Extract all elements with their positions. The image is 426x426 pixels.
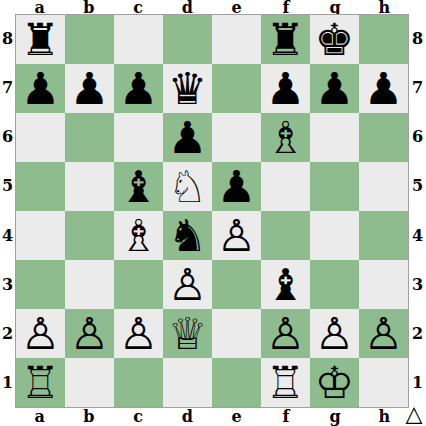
square-a1[interactable]: ♖ xyxy=(16,358,65,407)
square-f3[interactable]: ♝ xyxy=(261,260,310,309)
white-pawn-e4[interactable]: ♙ xyxy=(212,211,261,260)
white-pawn-g2[interactable]: ♙ xyxy=(310,309,359,358)
square-b4[interactable] xyxy=(65,211,114,260)
square-e4[interactable]: ♙ xyxy=(212,211,261,260)
rank-labels-left: 87654321 xyxy=(0,14,15,408)
square-b7[interactable]: ♟ xyxy=(65,64,114,113)
square-c3[interactable] xyxy=(114,260,163,309)
square-h3[interactable] xyxy=(359,260,408,309)
file-label-e-bottom: e xyxy=(212,408,261,426)
file-labels-bottom: abcdefgh xyxy=(15,408,409,426)
square-b3[interactable] xyxy=(65,260,114,309)
black-pawn-g7[interactable]: ♟ xyxy=(310,64,359,113)
chess-diagram: abcdefgh 87654321 ♜♜♚♟♟♟♛♟♟♟♟♗♝♘♟♗♞♙♙♝♙♙… xyxy=(0,0,426,426)
white-bishop-f6[interactable]: ♗ xyxy=(261,113,310,162)
square-e1[interactable] xyxy=(212,358,261,407)
square-c1[interactable] xyxy=(114,358,163,407)
square-h7[interactable]: ♟ xyxy=(359,64,408,113)
square-b6[interactable] xyxy=(65,113,114,162)
rank-label-6-left: 6 xyxy=(0,113,15,162)
square-g8[interactable]: ♚ xyxy=(310,15,359,64)
square-d1[interactable] xyxy=(163,358,212,407)
square-a2[interactable]: ♙ xyxy=(16,309,65,358)
square-d6[interactable]: ♟ xyxy=(163,113,212,162)
white-pawn-d3[interactable]: ♙ xyxy=(163,260,212,309)
rank-label-4-left: 4 xyxy=(0,211,15,260)
white-rook-f1[interactable]: ♖ xyxy=(261,358,310,407)
square-c4[interactable]: ♗ xyxy=(114,211,163,260)
square-c2[interactable]: ♙ xyxy=(114,309,163,358)
file-label-f-bottom: f xyxy=(261,408,310,426)
square-h4[interactable] xyxy=(359,211,408,260)
square-a8[interactable]: ♜ xyxy=(16,15,65,64)
black-pawn-f7[interactable]: ♟ xyxy=(261,64,310,113)
square-f8[interactable]: ♜ xyxy=(261,15,310,64)
square-e2[interactable] xyxy=(212,309,261,358)
square-d2[interactable]: ♕ xyxy=(163,309,212,358)
square-e3[interactable] xyxy=(212,260,261,309)
square-g1[interactable]: ♔ xyxy=(310,358,359,407)
square-g7[interactable]: ♟ xyxy=(310,64,359,113)
square-h1[interactable] xyxy=(359,358,408,407)
rank-label-3-right: 3 xyxy=(409,260,426,309)
square-d4[interactable]: ♞ xyxy=(163,211,212,260)
black-bishop-c5[interactable]: ♝ xyxy=(114,162,163,211)
rank-label-1-left: 1 xyxy=(0,359,15,408)
white-bishop-c4[interactable]: ♗ xyxy=(114,211,163,260)
square-g4[interactable] xyxy=(310,211,359,260)
file-label-c-bottom: c xyxy=(114,408,163,426)
file-label-g-bottom: g xyxy=(311,408,360,426)
square-a5[interactable] xyxy=(16,162,65,211)
square-g5[interactable] xyxy=(310,162,359,211)
rank-label-2-left: 2 xyxy=(0,310,15,359)
chess-board[interactable]: ♜♜♚♟♟♟♛♟♟♟♟♗♝♘♟♗♞♙♙♝♙♙♙♕♙♙♙♖♖♔ xyxy=(15,14,409,408)
square-e7[interactable] xyxy=(212,64,261,113)
square-c6[interactable] xyxy=(114,113,163,162)
black-pawn-c7[interactable]: ♟ xyxy=(114,64,163,113)
white-to-move-indicator: △ xyxy=(403,403,425,425)
square-d3[interactable]: ♙ xyxy=(163,260,212,309)
square-d7[interactable]: ♛ xyxy=(163,64,212,113)
white-pawn-c2[interactable]: ♙ xyxy=(114,309,163,358)
square-c7[interactable]: ♟ xyxy=(114,64,163,113)
square-c8[interactable] xyxy=(114,15,163,64)
white-queen-d2[interactable]: ♕ xyxy=(163,309,212,358)
square-d5[interactable]: ♘ xyxy=(163,162,212,211)
square-f5[interactable] xyxy=(261,162,310,211)
file-label-b-bottom: b xyxy=(64,408,113,426)
black-bishop-f3[interactable]: ♝ xyxy=(261,260,310,309)
square-b8[interactable] xyxy=(65,15,114,64)
black-queen-d7[interactable]: ♛ xyxy=(163,64,212,113)
square-d8[interactable] xyxy=(163,15,212,64)
file-label-a-bottom: a xyxy=(15,408,64,426)
rank-label-5-right: 5 xyxy=(409,162,426,211)
square-f2[interactable]: ♙ xyxy=(261,309,310,358)
rank-labels-right: 87654321 xyxy=(409,14,426,408)
square-b5[interactable] xyxy=(65,162,114,211)
black-rook-f8[interactable]: ♜ xyxy=(261,15,310,64)
rank-label-2-right: 2 xyxy=(409,310,426,359)
black-king-g8[interactable]: ♚ xyxy=(310,15,359,64)
square-f7[interactable]: ♟ xyxy=(261,64,310,113)
rank-label-7-right: 7 xyxy=(409,63,426,112)
white-pawn-h2[interactable]: ♙ xyxy=(359,309,408,358)
rank-label-8-left: 8 xyxy=(0,14,15,63)
square-a3[interactable] xyxy=(16,260,65,309)
black-pawn-d6[interactable]: ♟ xyxy=(163,113,212,162)
square-c5[interactable]: ♝ xyxy=(114,162,163,211)
white-pawn-b2[interactable]: ♙ xyxy=(65,309,114,358)
square-h8[interactable] xyxy=(359,15,408,64)
rank-label-4-right: 4 xyxy=(409,211,426,260)
square-b2[interactable]: ♙ xyxy=(65,309,114,358)
file-labels-top: abcdefgh xyxy=(15,0,409,14)
square-g6[interactable] xyxy=(310,113,359,162)
black-pawn-h7[interactable]: ♟ xyxy=(359,64,408,113)
rank-label-6-right: 6 xyxy=(409,113,426,162)
square-h5[interactable] xyxy=(359,162,408,211)
file-label-h-bottom: h xyxy=(360,408,409,426)
black-pawn-b7[interactable]: ♟ xyxy=(65,64,114,113)
white-pawn-f2[interactable]: ♙ xyxy=(261,309,310,358)
square-h6[interactable] xyxy=(359,113,408,162)
file-label-d-bottom: d xyxy=(163,408,212,426)
square-g3[interactable] xyxy=(310,260,359,309)
square-f6[interactable]: ♗ xyxy=(261,113,310,162)
square-h2[interactable]: ♙ xyxy=(359,309,408,358)
black-pawn-a7[interactable]: ♟ xyxy=(16,64,65,113)
white-king-g1[interactable]: ♔ xyxy=(310,358,359,407)
white-rook-a1[interactable]: ♖ xyxy=(16,358,65,407)
square-e5[interactable]: ♟ xyxy=(212,162,261,211)
rank-label-7-left: 7 xyxy=(0,63,15,112)
black-rook-a8[interactable]: ♜ xyxy=(16,15,65,64)
black-knight-d4[interactable]: ♞ xyxy=(163,211,212,260)
black-pawn-e5[interactable]: ♟ xyxy=(212,162,261,211)
square-e8[interactable] xyxy=(212,15,261,64)
rank-label-8-right: 8 xyxy=(409,14,426,63)
square-f4[interactable] xyxy=(261,211,310,260)
square-a6[interactable] xyxy=(16,113,65,162)
square-g2[interactable]: ♙ xyxy=(310,309,359,358)
rank-label-3-left: 3 xyxy=(0,260,15,309)
square-f1[interactable]: ♖ xyxy=(261,358,310,407)
square-a4[interactable] xyxy=(16,211,65,260)
square-b1[interactable] xyxy=(65,358,114,407)
white-knight-d5[interactable]: ♘ xyxy=(163,162,212,211)
square-a7[interactable]: ♟ xyxy=(16,64,65,113)
square-e6[interactable] xyxy=(212,113,261,162)
white-pawn-a2[interactable]: ♙ xyxy=(16,309,65,358)
rank-label-5-left: 5 xyxy=(0,162,15,211)
